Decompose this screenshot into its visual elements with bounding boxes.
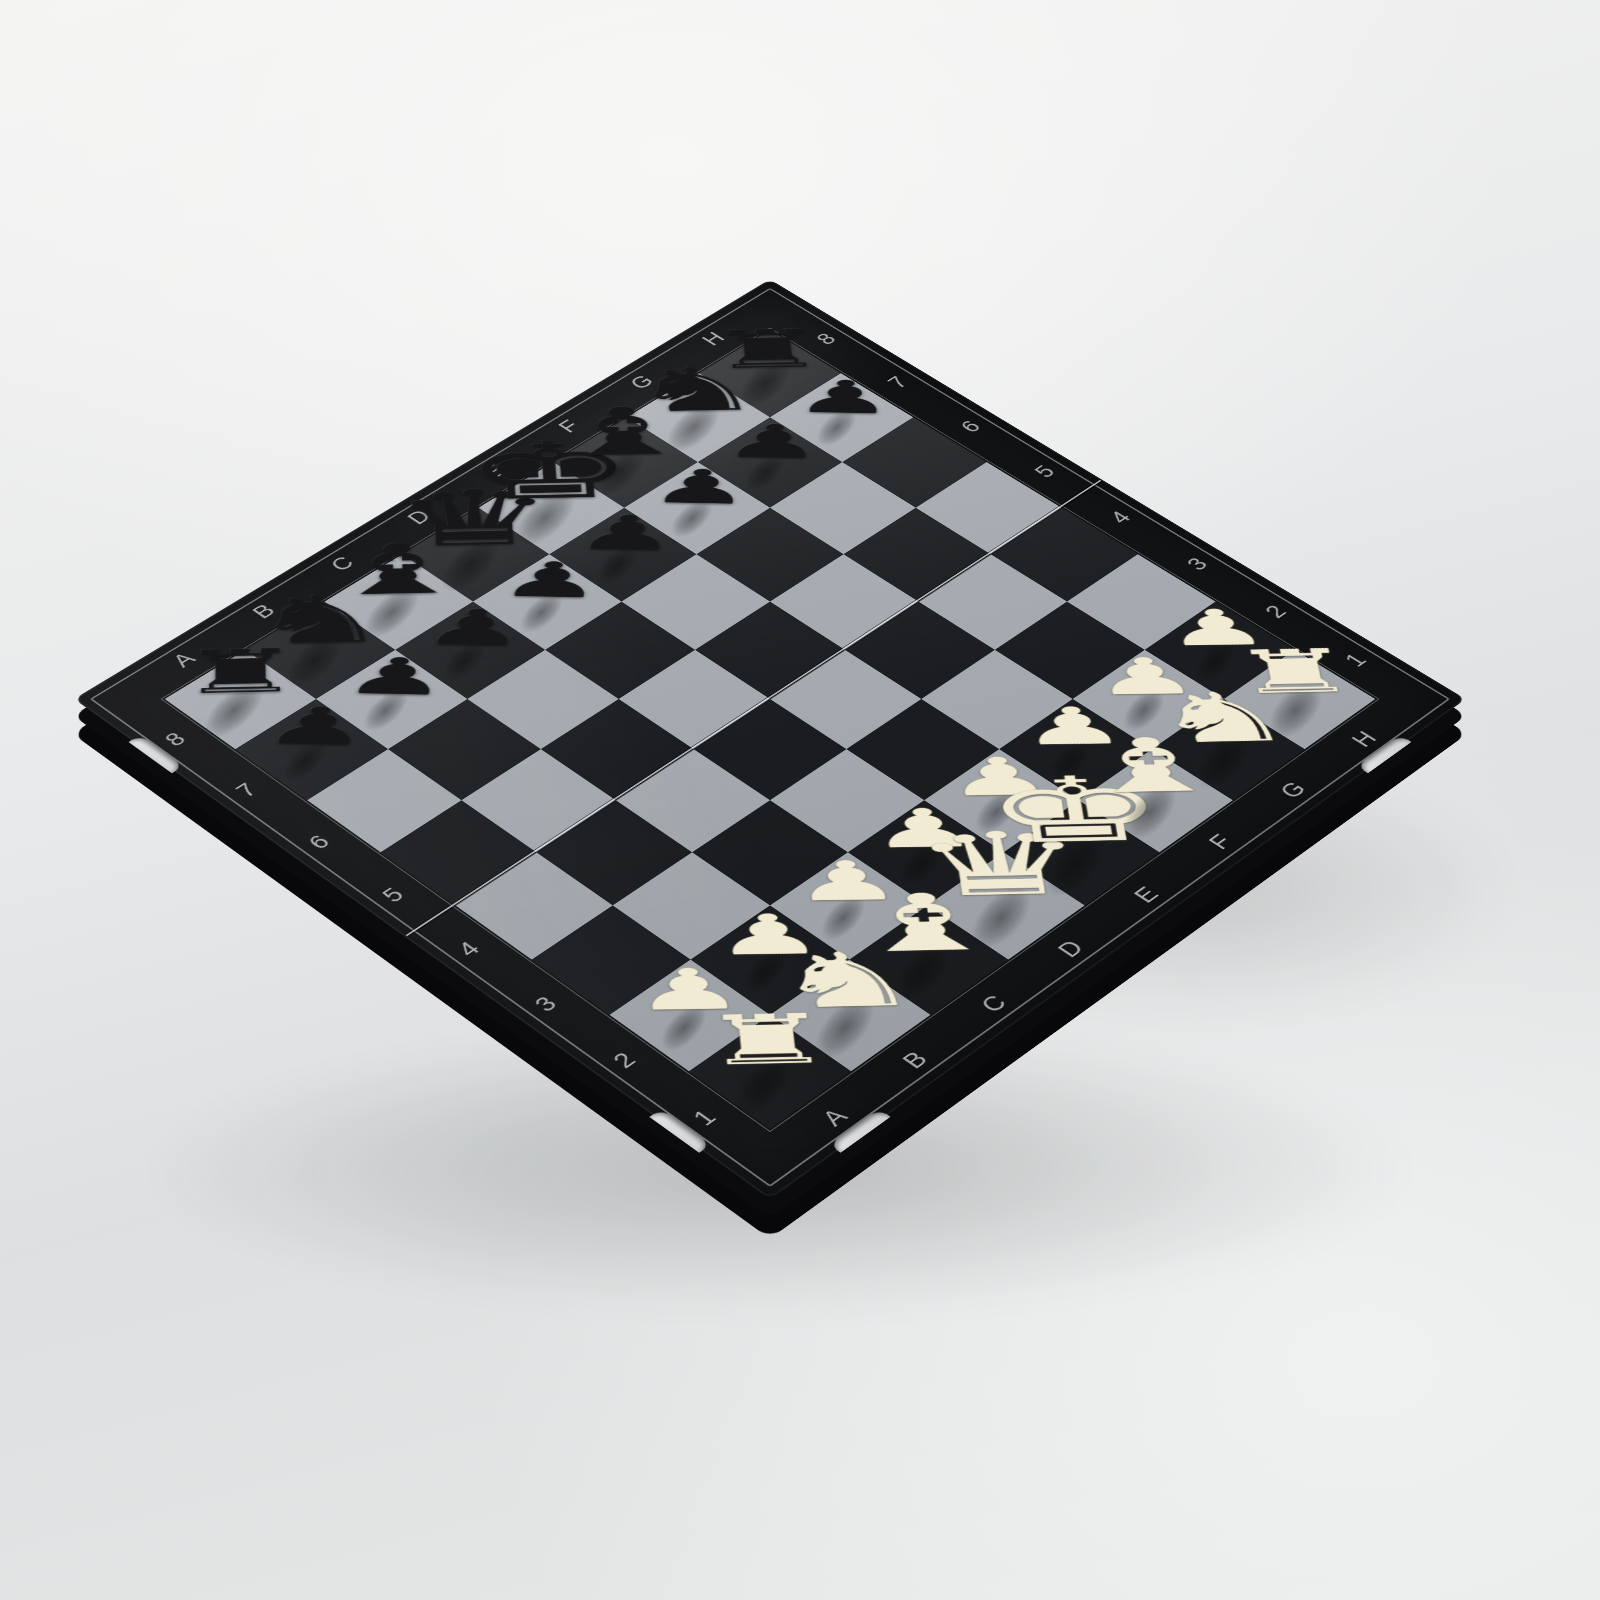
black-pawn-glyph: ♟ — [720, 418, 826, 466]
photo-background: AA88BB77CC66DD55EE44FF33GG22HH11 ♜♞♝♛♚♝♞… — [0, 0, 1600, 1600]
square-c5[interactable] — [541, 699, 694, 800]
label-right-3: 3 — [1182, 554, 1212, 573]
square-a1[interactable] — [689, 1015, 851, 1129]
black-pawn-glyph: ♟ — [495, 555, 606, 605]
label-left-5: 5 — [378, 884, 409, 905]
label-left-4: 4 — [453, 938, 485, 960]
label-bottom-G: G — [1276, 778, 1311, 802]
square-c3[interactable] — [692, 800, 848, 905]
label-bottom-E: E — [1130, 883, 1164, 906]
label-left-2: 2 — [608, 1048, 640, 1071]
label-left-7: 7 — [231, 780, 261, 801]
black-pawn-glyph: ♟ — [646, 462, 753, 511]
label-left-1: 1 — [688, 1106, 721, 1129]
label-right-5: 5 — [1030, 462, 1059, 480]
black-pawn-glyph: ♟ — [418, 602, 530, 653]
black-pawn-glyph: ♟ — [571, 508, 680, 558]
label-bottom-D: D — [1054, 937, 1089, 961]
label-left-8: 8 — [160, 729, 190, 749]
black-rook-glyph: ♜ — [177, 641, 303, 703]
square-a3[interactable] — [532, 905, 691, 1014]
black-pawn-glyph: ♟ — [339, 650, 453, 702]
square-b6[interactable] — [388, 699, 541, 800]
label-bottom-B: B — [898, 1048, 933, 1072]
square-c2[interactable] — [770, 852, 927, 959]
square-b5[interactable] — [461, 749, 615, 852]
square-a2[interactable] — [610, 960, 770, 1072]
square-d3[interactable] — [770, 749, 924, 852]
square-a6[interactable] — [307, 749, 461, 852]
square-b2[interactable] — [691, 905, 850, 1014]
square-b4[interactable] — [536, 800, 692, 905]
square-a5[interactable] — [381, 800, 537, 905]
square-a4[interactable] — [455, 852, 612, 959]
label-right-4: 4 — [1106, 508, 1136, 527]
chess-board: AA88BB77CC66DD55EE44FF33GG22HH11 ♜♞♝♛♚♝♞… — [74, 279, 1466, 1199]
label-left-6: 6 — [304, 831, 335, 852]
label-bottom-A: A — [818, 1105, 853, 1130]
square-b1[interactable] — [770, 960, 930, 1072]
square-d1[interactable] — [927, 852, 1084, 959]
perspective-container: AA88BB77CC66DD55EE44FF33GG22HH11 ♜♞♝♛♚♝♞… — [0, 0, 1600, 1600]
square-c1[interactable] — [849, 905, 1008, 1014]
black-pawn-glyph: ♟ — [792, 374, 896, 421]
label-left-3: 3 — [530, 993, 562, 1015]
label-bottom-C: C — [976, 991, 1012, 1016]
square-b3[interactable] — [613, 852, 770, 959]
square-d4[interactable] — [694, 699, 847, 800]
label-bottom-F: F — [1204, 831, 1237, 853]
label-right-6: 6 — [956, 417, 985, 435]
square-c4[interactable] — [616, 749, 770, 852]
label-bottom-H: H — [1348, 728, 1382, 750]
